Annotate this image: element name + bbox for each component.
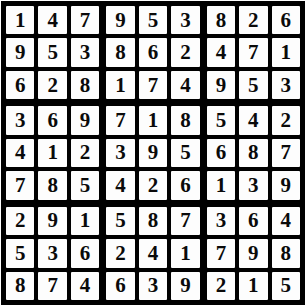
- sudoku-box-0-2: 826471953: [207, 6, 300, 99]
- cell-r5c8[interactable]: 8: [239, 139, 267, 167]
- cell-r3c4[interactable]: 1: [106, 71, 134, 99]
- cell-r5c1[interactable]: 4: [6, 139, 34, 167]
- cell-r2c2[interactable]: 5: [38, 38, 66, 66]
- cell-r2c1[interactable]: 9: [6, 38, 34, 66]
- cell-r1c7[interactable]: 8: [207, 6, 235, 34]
- cell-r1c4[interactable]: 9: [106, 6, 134, 34]
- cell-r7c3[interactable]: 1: [71, 207, 99, 235]
- cell-r6c1[interactable]: 7: [6, 171, 34, 199]
- cell-r7c1[interactable]: 2: [6, 207, 34, 235]
- sudoku-box-2-0: 291536874: [6, 207, 99, 300]
- cell-r3c7[interactable]: 9: [207, 71, 235, 99]
- cell-r7c4[interactable]: 5: [106, 207, 134, 235]
- cell-r1c2[interactable]: 4: [38, 6, 66, 34]
- cell-r6c2[interactable]: 8: [38, 171, 66, 199]
- sudoku-box-1-2: 542687139: [207, 106, 300, 199]
- cell-r4c5[interactable]: 1: [139, 106, 167, 134]
- cell-r7c8[interactable]: 6: [239, 207, 267, 235]
- cell-r8c4[interactable]: 2: [106, 239, 134, 267]
- cell-r2c8[interactable]: 7: [239, 38, 267, 66]
- cell-r9c6[interactable]: 9: [171, 272, 199, 300]
- cell-r6c3[interactable]: 5: [71, 171, 99, 199]
- cell-r7c9[interactable]: 4: [272, 207, 300, 235]
- cell-r9c1[interactable]: 8: [6, 272, 34, 300]
- cell-r6c9[interactable]: 9: [272, 171, 300, 199]
- cell-r5c6[interactable]: 5: [171, 139, 199, 167]
- cell-r5c5[interactable]: 9: [139, 139, 167, 167]
- cell-r9c7[interactable]: 2: [207, 272, 235, 300]
- cell-r2c3[interactable]: 3: [71, 38, 99, 66]
- cell-r1c9[interactable]: 6: [272, 6, 300, 34]
- cell-r8c9[interactable]: 8: [272, 239, 300, 267]
- cell-r6c6[interactable]: 6: [171, 171, 199, 199]
- cell-r2c9[interactable]: 1: [272, 38, 300, 66]
- cell-r5c2[interactable]: 1: [38, 139, 66, 167]
- cell-r5c9[interactable]: 7: [272, 139, 300, 167]
- cell-r2c7[interactable]: 4: [207, 38, 235, 66]
- cell-r9c8[interactable]: 1: [239, 272, 267, 300]
- cell-r3c3[interactable]: 8: [71, 71, 99, 99]
- sudoku-box-1-0: 369412785: [6, 106, 99, 199]
- cell-r8c2[interactable]: 3: [38, 239, 66, 267]
- cell-r7c6[interactable]: 7: [171, 207, 199, 235]
- cell-r3c6[interactable]: 4: [171, 71, 199, 99]
- cell-r8c1[interactable]: 5: [6, 239, 34, 267]
- cell-r8c8[interactable]: 9: [239, 239, 267, 267]
- cell-r5c3[interactable]: 2: [71, 139, 99, 167]
- cell-r5c7[interactable]: 6: [207, 139, 235, 167]
- cell-r4c8[interactable]: 4: [239, 106, 267, 134]
- cell-r8c7[interactable]: 7: [207, 239, 235, 267]
- cell-r2c6[interactable]: 2: [171, 38, 199, 66]
- sudoku-box-2-2: 364798215: [207, 207, 300, 300]
- cell-r4c9[interactable]: 2: [272, 106, 300, 134]
- cell-r4c1[interactable]: 3: [6, 106, 34, 134]
- cell-r9c4[interactable]: 6: [106, 272, 134, 300]
- cell-r4c6[interactable]: 8: [171, 106, 199, 134]
- cell-r7c2[interactable]: 9: [38, 207, 66, 235]
- cell-r8c6[interactable]: 1: [171, 239, 199, 267]
- cell-r6c5[interactable]: 2: [139, 171, 167, 199]
- cell-r4c4[interactable]: 7: [106, 106, 134, 134]
- sudoku-box-0-1: 953862174: [106, 6, 199, 99]
- cell-r1c1[interactable]: 1: [6, 6, 34, 34]
- sudoku-box-1-1: 718395426: [106, 106, 199, 199]
- cell-r2c4[interactable]: 8: [106, 38, 134, 66]
- cell-r7c7[interactable]: 3: [207, 207, 235, 235]
- cell-r3c1[interactable]: 6: [6, 71, 34, 99]
- cell-r1c3[interactable]: 7: [71, 6, 99, 34]
- cell-r8c5[interactable]: 4: [139, 239, 167, 267]
- cell-r3c9[interactable]: 3: [272, 71, 300, 99]
- cell-r2c5[interactable]: 6: [139, 38, 167, 66]
- cell-r4c7[interactable]: 5: [207, 106, 235, 134]
- sudoku-box-2-1: 587241639: [106, 207, 199, 300]
- cell-r1c5[interactable]: 5: [139, 6, 167, 34]
- cell-r4c3[interactable]: 9: [71, 106, 99, 134]
- cell-r8c3[interactable]: 6: [71, 239, 99, 267]
- sudoku-board: 1479536289538621748264719533694127857183…: [1, 1, 305, 305]
- cell-r6c4[interactable]: 4: [106, 171, 134, 199]
- cell-r3c5[interactable]: 7: [139, 71, 167, 99]
- cell-r6c8[interactable]: 3: [239, 171, 267, 199]
- cell-r1c8[interactable]: 2: [239, 6, 267, 34]
- cell-r9c2[interactable]: 7: [38, 272, 66, 300]
- cell-r3c2[interactable]: 2: [38, 71, 66, 99]
- cell-r6c7[interactable]: 1: [207, 171, 235, 199]
- cell-r9c9[interactable]: 5: [272, 272, 300, 300]
- cell-r9c3[interactable]: 4: [71, 272, 99, 300]
- cell-r1c6[interactable]: 3: [171, 6, 199, 34]
- cell-r7c5[interactable]: 8: [139, 207, 167, 235]
- cell-r4c2[interactable]: 6: [38, 106, 66, 134]
- sudoku-box-0-0: 147953628: [6, 6, 99, 99]
- cell-r3c8[interactable]: 5: [239, 71, 267, 99]
- cell-r9c5[interactable]: 3: [139, 272, 167, 300]
- cell-r5c4[interactable]: 3: [106, 139, 134, 167]
